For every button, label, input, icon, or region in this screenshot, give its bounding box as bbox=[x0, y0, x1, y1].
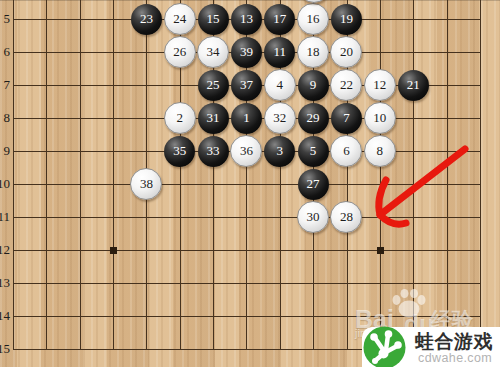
intersection[interactable]: 4 bbox=[263, 69, 296, 102]
intersection[interactable] bbox=[0, 267, 30, 300]
intersection[interactable] bbox=[96, 267, 129, 300]
intersection[interactable] bbox=[0, 168, 30, 201]
intersection[interactable] bbox=[463, 135, 496, 168]
intersection[interactable] bbox=[30, 135, 63, 168]
stone-number: 38 bbox=[140, 176, 153, 192]
intersection[interactable] bbox=[63, 201, 96, 234]
stone-number: 26 bbox=[173, 44, 186, 60]
intersection[interactable] bbox=[130, 135, 163, 168]
intersection[interactable] bbox=[96, 234, 129, 267]
intersection[interactable]: 39 bbox=[230, 36, 263, 69]
intersection[interactable] bbox=[263, 300, 296, 333]
stone-number: 27 bbox=[307, 176, 320, 192]
intersection[interactable] bbox=[30, 168, 63, 201]
intersection[interactable]: 17 bbox=[263, 3, 296, 36]
stone-number: 31 bbox=[207, 110, 220, 126]
stone-number: 34 bbox=[207, 44, 220, 60]
stone-black: 39 bbox=[231, 37, 262, 68]
stone-white: 4 bbox=[264, 69, 296, 101]
stone-black: 35 bbox=[164, 136, 195, 167]
stone-number: 37 bbox=[240, 77, 253, 93]
stone-white: 38 bbox=[130, 168, 162, 200]
intersection[interactable]: 37 bbox=[230, 69, 263, 102]
intersection[interactable]: 25 bbox=[196, 69, 229, 102]
intersection[interactable] bbox=[263, 234, 296, 267]
intersection[interactable]: 13 bbox=[230, 3, 263, 36]
intersection[interactable] bbox=[396, 234, 429, 267]
stone-white: 8 bbox=[364, 135, 396, 167]
intersection[interactable] bbox=[0, 135, 30, 168]
intersection[interactable] bbox=[463, 267, 496, 300]
intersection[interactable] bbox=[63, 300, 96, 333]
intersection[interactable] bbox=[0, 69, 30, 102]
intersection[interactable] bbox=[430, 234, 463, 267]
intersection[interactable] bbox=[0, 3, 30, 36]
intersection[interactable] bbox=[30, 267, 63, 300]
intersection[interactable] bbox=[63, 267, 96, 300]
intersection[interactable]: 9 bbox=[296, 69, 329, 102]
intersection[interactable] bbox=[63, 3, 96, 36]
intersection[interactable] bbox=[263, 267, 296, 300]
wahe-logo-url: cdwahe.com bbox=[418, 351, 492, 365]
stone-number: 24 bbox=[173, 11, 186, 27]
intersection[interactable] bbox=[430, 135, 463, 168]
stone-number: 16 bbox=[307, 11, 320, 27]
intersection[interactable]: 38 bbox=[130, 168, 163, 201]
intersection[interactable] bbox=[263, 333, 296, 366]
intersection[interactable] bbox=[63, 333, 96, 366]
stone-number: 1 bbox=[243, 110, 250, 126]
intersection[interactable] bbox=[163, 234, 196, 267]
intersection[interactable] bbox=[230, 168, 263, 201]
stone-number: 17 bbox=[273, 11, 286, 27]
intersection[interactable] bbox=[330, 267, 363, 300]
intersection[interactable] bbox=[230, 333, 263, 366]
intersection[interactable] bbox=[196, 234, 229, 267]
intersection[interactable] bbox=[463, 69, 496, 102]
intersection[interactable] bbox=[96, 201, 129, 234]
stone-black: 37 bbox=[231, 70, 262, 101]
intersection[interactable] bbox=[30, 3, 63, 36]
intersection[interactable] bbox=[196, 300, 229, 333]
intersection[interactable] bbox=[296, 234, 329, 267]
intersection[interactable] bbox=[96, 168, 129, 201]
intersection[interactable] bbox=[263, 201, 296, 234]
stone-number: 39 bbox=[240, 44, 253, 60]
intersection[interactable]: 31 bbox=[196, 102, 229, 135]
stone-number: 25 bbox=[207, 77, 220, 93]
intersection[interactable] bbox=[330, 168, 363, 201]
intersection[interactable] bbox=[230, 267, 263, 300]
intersection[interactable] bbox=[63, 36, 96, 69]
stone-black: 9 bbox=[298, 70, 329, 101]
intersection[interactable]: 29 bbox=[296, 102, 329, 135]
intersection[interactable] bbox=[463, 36, 496, 69]
intersection[interactable] bbox=[363, 234, 396, 267]
intersection[interactable] bbox=[30, 300, 63, 333]
intersection[interactable] bbox=[63, 102, 96, 135]
intersection[interactable]: 3 bbox=[263, 135, 296, 168]
stone-white: 10 bbox=[364, 102, 396, 134]
stone-number: 8 bbox=[377, 143, 384, 159]
intersection[interactable] bbox=[96, 333, 129, 366]
intersection[interactable] bbox=[30, 102, 63, 135]
stone-black: 33 bbox=[198, 136, 229, 167]
stone-black: 1 bbox=[231, 103, 262, 134]
intersection[interactable] bbox=[363, 36, 396, 69]
stone-number: 2 bbox=[176, 110, 183, 126]
stone-number: 15 bbox=[207, 11, 220, 27]
intersection[interactable] bbox=[430, 168, 463, 201]
intersection[interactable]: 23 bbox=[130, 3, 163, 36]
intersection[interactable] bbox=[63, 168, 96, 201]
intersection[interactable]: 12 bbox=[363, 69, 396, 102]
intersection[interactable] bbox=[30, 333, 63, 366]
intersection[interactable] bbox=[163, 333, 196, 366]
stone-number: 28 bbox=[340, 209, 353, 225]
stone-black: 31 bbox=[198, 103, 229, 134]
intersection[interactable] bbox=[0, 300, 30, 333]
intersection[interactable] bbox=[130, 267, 163, 300]
intersection[interactable]: 35 bbox=[163, 135, 196, 168]
intersection[interactable] bbox=[463, 3, 496, 36]
intersection[interactable] bbox=[130, 333, 163, 366]
stone-black: 13 bbox=[231, 4, 262, 35]
stone-black: 7 bbox=[331, 103, 362, 134]
intersection[interactable] bbox=[96, 36, 129, 69]
intersection[interactable] bbox=[96, 3, 129, 36]
stone-white: 16 bbox=[297, 3, 329, 35]
intersection[interactable] bbox=[163, 267, 196, 300]
stone-black: 29 bbox=[298, 103, 329, 134]
stone-number: 21 bbox=[407, 77, 420, 93]
intersection[interactable]: 8 bbox=[363, 135, 396, 168]
intersection[interactable]: 6 bbox=[330, 135, 363, 168]
intersection[interactable]: 15 bbox=[196, 3, 229, 36]
stone-number: 30 bbox=[307, 209, 320, 225]
intersection[interactable] bbox=[0, 102, 30, 135]
intersection[interactable] bbox=[196, 168, 229, 201]
intersection[interactable] bbox=[363, 201, 396, 234]
intersection[interactable] bbox=[430, 201, 463, 234]
stone-number: 19 bbox=[340, 11, 353, 27]
stone-white: 34 bbox=[197, 36, 229, 68]
stone-white: 32 bbox=[264, 102, 296, 134]
intersection[interactable] bbox=[396, 36, 429, 69]
intersection[interactable] bbox=[163, 201, 196, 234]
intersection[interactable]: 27 bbox=[296, 168, 329, 201]
intersection[interactable] bbox=[96, 69, 129, 102]
intersection[interactable] bbox=[30, 69, 63, 102]
stone-white: 22 bbox=[330, 69, 362, 101]
stone-number: 35 bbox=[173, 143, 186, 159]
stone-white: 12 bbox=[364, 69, 396, 101]
intersection[interactable]: 7 bbox=[330, 102, 363, 135]
stone-black: 3 bbox=[264, 136, 295, 167]
intersection[interactable]: 11 bbox=[263, 36, 296, 69]
stone-black: 15 bbox=[198, 4, 229, 35]
stone-white: 2 bbox=[164, 102, 196, 134]
stone-number: 7 bbox=[343, 110, 350, 126]
stone-number: 4 bbox=[277, 77, 284, 93]
intersection[interactable] bbox=[130, 69, 163, 102]
intersection[interactable] bbox=[63, 234, 96, 267]
intersection[interactable] bbox=[230, 300, 263, 333]
stone-black: 25 bbox=[198, 70, 229, 101]
intersection[interactable] bbox=[430, 3, 463, 36]
intersection[interactable] bbox=[130, 201, 163, 234]
stone-black: 19 bbox=[331, 4, 362, 35]
stone-black: 11 bbox=[264, 37, 295, 68]
intersection[interactable] bbox=[63, 135, 96, 168]
stone-number: 9 bbox=[310, 77, 317, 93]
stone-white: 24 bbox=[164, 3, 196, 35]
intersection[interactable] bbox=[163, 300, 196, 333]
intersection[interactable]: 22 bbox=[330, 69, 363, 102]
intersection[interactable] bbox=[163, 168, 196, 201]
stone-number: 13 bbox=[240, 11, 253, 27]
stone-number: 23 bbox=[140, 11, 153, 27]
intersection[interactable]: 5 bbox=[296, 135, 329, 168]
stone-number: 33 bbox=[207, 143, 220, 159]
intersection[interactable] bbox=[430, 102, 463, 135]
intersection[interactable] bbox=[396, 201, 429, 234]
stone-number: 20 bbox=[340, 44, 353, 60]
intersection[interactable]: 20 bbox=[330, 36, 363, 69]
intersection[interactable]: 33 bbox=[196, 135, 229, 168]
intersection[interactable] bbox=[0, 36, 30, 69]
wahe-frog-icon bbox=[362, 325, 407, 367]
intersection[interactable] bbox=[0, 201, 30, 234]
intersection[interactable]: 19 bbox=[330, 3, 363, 36]
stone-black: 23 bbox=[131, 4, 162, 35]
intersection[interactable] bbox=[396, 102, 429, 135]
intersection[interactable]: 24 bbox=[163, 3, 196, 36]
stone-black: 27 bbox=[298, 169, 329, 200]
intersection[interactable] bbox=[363, 3, 396, 36]
intersection[interactable] bbox=[463, 234, 496, 267]
intersection[interactable] bbox=[30, 201, 63, 234]
stone-number: 12 bbox=[373, 77, 386, 93]
intersection[interactable] bbox=[230, 201, 263, 234]
intersection[interactable] bbox=[430, 69, 463, 102]
intersection[interactable] bbox=[396, 135, 429, 168]
intersection[interactable]: 26 bbox=[163, 36, 196, 69]
intersection[interactable]: 28 bbox=[330, 201, 363, 234]
gomoku-tutorial-screenshot: 56789101112131415 2324151317161926343911… bbox=[0, 0, 500, 367]
stone-number: 5 bbox=[310, 143, 317, 159]
stone-number: 18 bbox=[307, 44, 320, 60]
stone-white: 36 bbox=[230, 135, 262, 167]
intersection[interactable] bbox=[0, 333, 30, 366]
intersection[interactable] bbox=[96, 135, 129, 168]
stone-number: 11 bbox=[273, 44, 286, 60]
stone-number: 3 bbox=[277, 143, 284, 159]
intersection[interactable] bbox=[363, 168, 396, 201]
intersection[interactable]: 1 bbox=[230, 102, 263, 135]
intersection[interactable] bbox=[163, 69, 196, 102]
intersection[interactable] bbox=[96, 300, 129, 333]
intersection[interactable] bbox=[196, 333, 229, 366]
intersection[interactable] bbox=[30, 234, 63, 267]
stone-white: 26 bbox=[164, 36, 196, 68]
intersection[interactable] bbox=[130, 102, 163, 135]
intersection[interactable]: 16 bbox=[296, 3, 329, 36]
stone-black: 21 bbox=[398, 70, 429, 101]
intersection[interactable] bbox=[430, 267, 463, 300]
stone-number: 22 bbox=[340, 77, 353, 93]
intersection[interactable] bbox=[196, 267, 229, 300]
intersection[interactable]: 18 bbox=[296, 36, 329, 69]
intersection[interactable] bbox=[463, 168, 496, 201]
stone-white: 6 bbox=[330, 135, 362, 167]
intersection[interactable] bbox=[463, 102, 496, 135]
stone-white: 30 bbox=[297, 201, 329, 233]
stone-white: 28 bbox=[330, 201, 362, 233]
stone-number: 10 bbox=[373, 110, 386, 126]
intersection[interactable]: 10 bbox=[363, 102, 396, 135]
intersection[interactable] bbox=[63, 69, 96, 102]
intersection[interactable]: 34 bbox=[196, 36, 229, 69]
intersection[interactable] bbox=[96, 102, 129, 135]
intersection[interactable] bbox=[130, 300, 163, 333]
intersection[interactable] bbox=[430, 36, 463, 69]
intersection[interactable] bbox=[296, 267, 329, 300]
intersection[interactable]: 36 bbox=[230, 135, 263, 168]
stone-number: 6 bbox=[343, 143, 350, 159]
intersection[interactable]: 2 bbox=[163, 102, 196, 135]
intersection[interactable]: 32 bbox=[263, 102, 296, 135]
intersection[interactable]: 21 bbox=[396, 69, 429, 102]
intersection[interactable] bbox=[130, 234, 163, 267]
intersection[interactable] bbox=[30, 36, 63, 69]
stone-number: 36 bbox=[240, 143, 253, 159]
intersection[interactable] bbox=[296, 333, 329, 366]
stone-black: 5 bbox=[298, 136, 329, 167]
intersection[interactable] bbox=[196, 201, 229, 234]
stone-white: 18 bbox=[297, 36, 329, 68]
intersection[interactable] bbox=[130, 36, 163, 69]
intersection[interactable] bbox=[463, 201, 496, 234]
stone-black: 17 bbox=[264, 4, 295, 35]
intersection[interactable] bbox=[0, 234, 30, 267]
intersection[interactable] bbox=[296, 300, 329, 333]
intersection[interactable]: 30 bbox=[296, 201, 329, 234]
intersection[interactable] bbox=[230, 234, 263, 267]
intersection[interactable] bbox=[396, 3, 429, 36]
intersection[interactable] bbox=[263, 168, 296, 201]
stone-white: 20 bbox=[330, 36, 362, 68]
stone-number: 29 bbox=[307, 110, 320, 126]
stone-number: 32 bbox=[273, 110, 286, 126]
intersection[interactable] bbox=[396, 168, 429, 201]
intersection[interactable] bbox=[330, 234, 363, 267]
